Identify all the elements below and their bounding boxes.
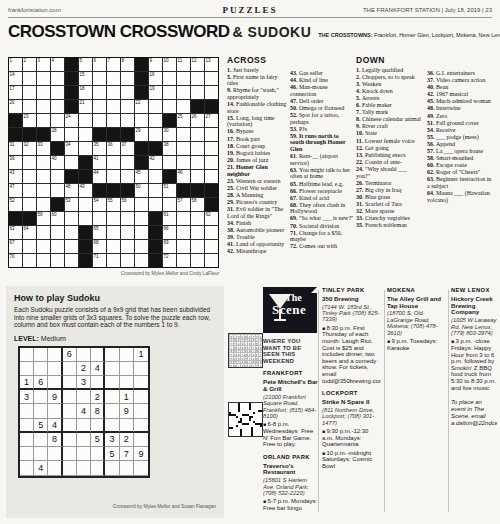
crossword-cell[interactable] [23, 100, 36, 113]
crossword-cell[interactable]: 43 [9, 170, 22, 183]
sudoku-empty-cell[interactable] [34, 390, 48, 404]
clue-number: 29 [136, 128, 141, 133]
clue-number: 20 [10, 100, 15, 105]
sudoku-empty-cell[interactable] [20, 433, 34, 447]
crossword-cell[interactable]: 52 [9, 198, 22, 211]
crossword-cell[interactable] [51, 170, 64, 183]
crossword-cell[interactable] [65, 128, 78, 141]
crossword-cell[interactable]: 72 [163, 254, 176, 267]
crossword-cell[interactable]: 68 [93, 240, 106, 253]
crossword-cell[interactable]: 67 [9, 240, 22, 253]
sudoku-empty-cell[interactable] [77, 348, 91, 362]
sudoku-empty-cell[interactable] [77, 461, 91, 475]
crossword-cell[interactable] [191, 254, 204, 267]
crossword-cell[interactable] [23, 86, 36, 99]
crossword-cell[interactable] [37, 114, 50, 127]
sudoku-empty-cell[interactable] [105, 419, 119, 433]
sudoku-empty-cell[interactable] [77, 433, 91, 447]
crossword-cell[interactable] [121, 170, 134, 183]
crossword-cell[interactable] [37, 100, 50, 113]
sudoku-empty-cell[interactable] [20, 348, 34, 362]
crossword-cell[interactable] [107, 114, 120, 127]
sudoku-empty-cell[interactable] [63, 461, 77, 475]
sudoku-given-cell: 3 [77, 376, 91, 390]
crossword-cell[interactable]: 25 [177, 114, 190, 127]
sudoku-empty-cell[interactable] [105, 461, 119, 475]
crossword-cell[interactable] [107, 170, 120, 183]
sudoku-empty-cell[interactable] [91, 376, 105, 390]
crossword-cell[interactable]: 14 [9, 72, 22, 85]
crossword-cell[interactable]: 61 [163, 212, 176, 225]
clue-number: 23 [24, 114, 29, 119]
sudoku-empty-cell[interactable] [63, 433, 77, 447]
crossword-cell[interactable]: 35 [93, 142, 106, 155]
crossword-cell[interactable]: 12 [191, 58, 204, 71]
crossword-cell[interactable] [205, 142, 218, 155]
sudoku-empty-cell[interactable] [63, 404, 77, 418]
sudoku-empty-cell[interactable] [105, 348, 119, 362]
answer-key-cell: 6 [258, 338, 262, 342]
crossword-cell[interactable] [107, 72, 120, 85]
crossword-cell[interactable]: 69 [163, 240, 176, 253]
crossword-cell[interactable] [107, 254, 120, 267]
sudoku-given-cell: 6 [34, 376, 48, 390]
crossword-cell[interactable] [79, 198, 92, 211]
crossword-cell[interactable]: 18 [79, 86, 92, 99]
crossword-cell[interactable] [107, 212, 120, 225]
sudoku-empty-cell[interactable] [91, 447, 105, 461]
crossword-cell[interactable] [121, 86, 134, 99]
sudoku-empty-cell[interactable] [48, 404, 62, 418]
crossword-cell[interactable] [149, 170, 162, 183]
crossword-cell [65, 170, 78, 183]
crossword-cell[interactable] [23, 170, 36, 183]
sudoku-empty-cell[interactable] [48, 348, 62, 362]
crossword-cell [163, 170, 176, 183]
sudoku-empty-cell[interactable] [105, 404, 119, 418]
crossword-cell [149, 254, 162, 267]
answer-key-cell: 5 [251, 341, 255, 345]
crossword-cell[interactable]: 38 [163, 142, 176, 155]
sudoku-empty-cell[interactable] [77, 390, 91, 404]
scene-venue-name: 350 Brewing [322, 296, 381, 303]
crossword-cell[interactable]: 33 [37, 142, 50, 155]
crossword-cell[interactable] [191, 142, 204, 155]
clue: 68. They often clash in Hollywood [290, 202, 354, 215]
crossword-cell[interactable] [177, 100, 190, 113]
crossword-cell[interactable] [51, 114, 64, 127]
crossword-cell[interactable]: 23 [23, 114, 36, 127]
sudoku-empty-cell[interactable] [63, 447, 77, 461]
crossword-cell[interactable] [65, 226, 78, 239]
crossword-cell[interactable] [149, 114, 162, 127]
crossword-cell[interactable] [191, 86, 204, 99]
crossword-cell[interactable]: 27 [205, 114, 218, 127]
crossword-cell[interactable] [93, 86, 106, 99]
crossword-cell[interactable] [51, 254, 64, 267]
sudoku-empty-cell[interactable] [48, 362, 62, 376]
crossword-cell[interactable]: 37 [121, 142, 134, 155]
scene-submission-note: To place an event in The Scene, email a.… [451, 399, 497, 426]
crossword-cell[interactable] [163, 86, 176, 99]
crossword-cell[interactable] [191, 170, 204, 183]
crossword-cell[interactable]: 24 [65, 114, 78, 127]
sudoku-given-cell: 1 [134, 348, 148, 362]
crossword-cell[interactable]: 40 [51, 156, 64, 169]
crossword-cell[interactable]: 1 [9, 58, 22, 71]
answer-key-cell: 2 [233, 360, 237, 364]
sudoku-empty-cell[interactable] [105, 376, 119, 390]
crossword-cell[interactable] [65, 156, 78, 169]
crossword-cell[interactable] [37, 72, 50, 85]
sudoku-empty-cell[interactable] [105, 362, 119, 376]
crossword-cell[interactable]: 5 [79, 58, 92, 71]
crossword-cell[interactable]: 13 [205, 58, 218, 71]
sudoku-empty-cell[interactable] [134, 419, 148, 433]
crossword-cell[interactable] [93, 100, 106, 113]
crossword-cell[interactable] [149, 128, 162, 141]
crossword-cell[interactable]: 49 [79, 184, 92, 197]
crossword-cell[interactable] [121, 114, 134, 127]
crossword-cell[interactable]: 46 [177, 170, 190, 183]
scene-city-heading: MOKENA [387, 287, 445, 294]
sudoku-empty-cell[interactable] [77, 447, 91, 461]
crossword-cell[interactable]: 71 [93, 254, 106, 267]
sudoku-empty-cell[interactable] [91, 461, 105, 475]
crossword-cell[interactable] [107, 226, 120, 239]
crossword-cell[interactable]: 11 [177, 58, 190, 71]
crossword-cell[interactable] [121, 72, 134, 85]
scene-entry: MOKENAThe Alley Grill and Tap House(1870… [387, 287, 445, 351]
crossword-cell[interactable] [191, 128, 204, 141]
clue-number: 54 [94, 198, 99, 203]
crossword-cell[interactable]: 2 [23, 58, 36, 71]
answer-key-cell: 7 [240, 352, 244, 356]
clue: 25. Civil War soldier [227, 185, 287, 192]
crossword-cell[interactable] [121, 100, 134, 113]
crossword-cell[interactable]: 9 [149, 58, 162, 71]
sudoku-empty-cell[interactable] [120, 362, 134, 376]
sudoku-empty-cell[interactable] [34, 447, 48, 461]
sudoku-empty-cell[interactable] [48, 376, 62, 390]
sudoku-empty-cell[interactable] [134, 376, 148, 390]
sudoku-empty-cell[interactable] [48, 447, 62, 461]
crossword-cell[interactable] [37, 240, 50, 253]
crossword-cell[interactable]: 15 [79, 72, 92, 85]
crossword-cell[interactable] [163, 100, 176, 113]
sudoku-level: LEVEL: Medium [14, 335, 216, 342]
clue-number: 3 [38, 58, 41, 63]
crossword-cell[interactable]: 31 [9, 142, 22, 155]
crossword-cell[interactable] [37, 156, 50, 169]
clue-number: 14 [10, 72, 15, 77]
crossword-cell[interactable]: 29 [135, 128, 148, 141]
crossword-cell[interactable]: 39 [9, 156, 22, 169]
clue-number: 52 [10, 198, 15, 203]
crossword-cell[interactable]: 65 [93, 226, 106, 239]
crossword-cell[interactable] [191, 72, 204, 85]
crossword-cell[interactable]: 16 [149, 72, 162, 85]
crossword-cell[interactable] [191, 240, 204, 253]
crossword-cell[interactable]: 6 [93, 58, 106, 71]
crossword-cell [65, 72, 78, 85]
sudoku-empty-cell[interactable] [120, 348, 134, 362]
crossword-cell[interactable] [23, 156, 36, 169]
crossword-cell[interactable] [163, 156, 176, 169]
crossword-cell[interactable]: 62 [205, 212, 218, 225]
sudoku-empty-cell[interactable] [134, 390, 148, 404]
crossword-cell[interactable] [135, 114, 148, 127]
crossword-cell[interactable]: 66 [163, 226, 176, 239]
crossword-cell[interactable]: 19 [149, 86, 162, 99]
header-rule [8, 17, 492, 18]
crossword-cell[interactable]: 53 [65, 198, 78, 211]
crossword-cell[interactable] [121, 254, 134, 267]
crossword-cell[interactable]: 26 [191, 114, 204, 127]
sudoku-empty-cell[interactable] [134, 433, 148, 447]
answer-key-cell: 5 [229, 338, 233, 342]
crossword-cell[interactable]: 56 [121, 198, 134, 211]
sudoku-empty-cell[interactable] [77, 419, 91, 433]
crossword-cell[interactable] [135, 212, 148, 225]
bullet-square-icon: ■ [263, 421, 267, 427]
masthead: CROSSTOWN CROSSWORD& SUDOKUTHE CROSSTOWN… [8, 22, 496, 42]
crossword-cell[interactable]: 3 [37, 58, 50, 71]
crossword-cell[interactable]: 59 [37, 212, 50, 225]
crossword-cell[interactable] [37, 170, 50, 183]
crossword-cell[interactable]: 17 [9, 86, 22, 99]
crossword-cell[interactable]: 10 [163, 58, 176, 71]
answer-key-cell: 6 [233, 345, 237, 349]
sudoku-empty-cell[interactable] [20, 404, 34, 418]
crossword-cell[interactable]: 60 [51, 212, 64, 225]
crossword-cell[interactable] [121, 240, 134, 253]
crossword-cell[interactable] [121, 156, 134, 169]
crossword-cell[interactable]: 32 [23, 142, 36, 155]
crossword-cell[interactable] [79, 128, 92, 141]
clue: 54. Receive [427, 127, 494, 134]
crossword-cell[interactable] [37, 184, 50, 197]
crossword-cell[interactable] [121, 226, 134, 239]
answer-key-cell: 5 [255, 360, 259, 364]
crossword-cell[interactable] [149, 100, 162, 113]
crossword-cell[interactable] [37, 198, 50, 211]
crossword-cell[interactable] [177, 226, 190, 239]
crossword-cell[interactable] [51, 100, 64, 113]
crossword-cell[interactable]: 50 [135, 184, 148, 197]
crossword-cell [205, 100, 218, 113]
crossword-cell[interactable]: 30 [163, 128, 176, 141]
crossword-cell[interactable] [191, 212, 204, 225]
crossword-cell[interactable] [205, 86, 218, 99]
clue: 50. Omega or flaxseed [290, 105, 354, 112]
crossword-cell[interactable] [191, 226, 204, 239]
clue: 47. Deli order [290, 98, 354, 105]
sudoku-empty-cell[interactable] [134, 362, 148, 376]
crossword-cell[interactable] [135, 254, 148, 267]
crossword-cell[interactable]: 54 [93, 198, 106, 211]
crossword-cell[interactable] [93, 114, 106, 127]
crossword-cell[interactable] [205, 254, 218, 267]
crossword-cell[interactable] [121, 212, 134, 225]
sudoku-empty-cell[interactable] [34, 404, 48, 418]
crossword-cell[interactable] [37, 254, 50, 267]
crossword-cell[interactable]: 22 [135, 100, 148, 113]
crossword-cell[interactable] [23, 72, 36, 85]
clue-number: 15 [80, 72, 85, 77]
crossword-cell[interactable]: 41 [93, 156, 106, 169]
clue: 20. James of jazz [227, 157, 287, 164]
sudoku-empty-cell[interactable] [20, 362, 34, 376]
sudoku-given-cell: 7 [120, 447, 134, 461]
sudoku-empty-cell[interactable] [120, 419, 134, 433]
crossword-cell[interactable] [51, 226, 64, 239]
crossword-cell[interactable] [23, 254, 36, 267]
clue: 62. Roger of "Cheers" [427, 169, 494, 176]
sudoku-empty-cell[interactable] [134, 461, 148, 475]
crossword-cell[interactable] [177, 212, 190, 225]
clue: 37. Video camera action [427, 77, 494, 84]
answer-key-cell: 3 [244, 345, 248, 349]
sudoku-empty-cell[interactable] [34, 433, 48, 447]
crossword-cell[interactable] [23, 240, 36, 253]
sudoku-empty-cell[interactable] [105, 390, 119, 404]
crossword-cell[interactable]: 70 [9, 254, 22, 267]
crossword-cell[interactable] [51, 240, 64, 253]
crossword-cell[interactable]: 64 [23, 226, 36, 239]
crossword-cell[interactable] [191, 156, 204, 169]
crossword-cell[interactable] [135, 240, 148, 253]
crossword-cell[interactable]: 36 [107, 142, 120, 155]
crossword-cell[interactable] [149, 184, 162, 197]
crossword-cell[interactable]: 28 [51, 128, 64, 141]
crossword-cell[interactable] [65, 254, 78, 267]
crossword-cell[interactable] [93, 72, 106, 85]
crossword-cell[interactable] [205, 156, 218, 169]
answer-key-cell: 8 [236, 352, 240, 356]
crossword-cell[interactable] [205, 72, 218, 85]
clue: 35. French nobleman [356, 222, 422, 229]
sudoku-empty-cell[interactable] [63, 390, 77, 404]
crossword-cell[interactable] [37, 86, 50, 99]
crossword-cell[interactable]: 51 [163, 184, 176, 197]
crossword-cell[interactable]: 34 [65, 142, 78, 155]
crossword-cell[interactable] [135, 226, 148, 239]
bullet-square-icon: ■ [451, 338, 455, 344]
crossword-cell[interactable]: 63 [9, 226, 22, 239]
crossword-cell[interactable] [163, 198, 176, 211]
answer-key-cell: 4 [244, 334, 248, 338]
crossword-cell[interactable] [149, 198, 162, 211]
clue: 7. Tally mark [356, 109, 422, 116]
crossword-cell[interactable] [79, 142, 92, 155]
crossword-cell[interactable]: 42 [149, 156, 162, 169]
sudoku-empty-cell[interactable] [134, 404, 148, 418]
crossword-cell[interactable] [23, 184, 36, 197]
clue-number: 41 [94, 156, 99, 161]
sudoku-empty-cell[interactable] [63, 362, 77, 376]
sudoku-empty-cell[interactable] [48, 461, 62, 475]
crossword-cell[interactable]: 45 [135, 170, 148, 183]
bullet-square-icon: ■ [322, 450, 326, 456]
crossword-cell[interactable] [177, 156, 190, 169]
crossword-cell[interactable] [37, 226, 50, 239]
crossword-cell[interactable] [163, 72, 176, 85]
clue-number: 71 [94, 254, 99, 259]
clue-number: 11 [178, 58, 183, 63]
sudoku-empty-cell[interactable] [20, 419, 34, 433]
crossword-cell[interactable]: 47 [9, 184, 22, 197]
crossword-cell[interactable] [177, 86, 190, 99]
crossword-cell[interactable] [205, 128, 218, 141]
crossword-cell[interactable] [79, 114, 92, 127]
crossword-cell[interactable]: 8 [121, 58, 134, 71]
crossword-cell[interactable] [205, 170, 218, 183]
sudoku-empty-cell[interactable] [34, 362, 48, 376]
crossword-cell[interactable]: 21 [79, 100, 92, 113]
crossword-cell[interactable] [51, 184, 64, 197]
crossword-cell[interactable]: 48 [65, 184, 78, 197]
sudoku-empty-cell[interactable] [20, 461, 34, 475]
crossword-cell[interactable] [107, 86, 120, 99]
answer-key-cell: 4 [233, 338, 237, 342]
answer-key-cell: 3 [247, 334, 251, 338]
sudoku-empty-cell[interactable] [120, 461, 134, 475]
crossword-cell[interactable]: 4 [51, 58, 64, 71]
crossword-cell[interactable] [177, 240, 190, 253]
crossword-cell[interactable] [107, 100, 120, 113]
crossword-cell[interactable] [51, 86, 64, 99]
answer-key-cell: 1 [247, 356, 251, 360]
sudoku-answer-key: 1234567894567891237891234562345678915678… [228, 333, 263, 368]
crossword-cell[interactable] [107, 240, 120, 253]
sudoku-empty-cell[interactable] [120, 376, 134, 390]
answer-key-cell: 5 [236, 345, 240, 349]
crossword-cell[interactable] [177, 254, 190, 267]
crossword-cell[interactable] [107, 156, 120, 169]
crossword-cell[interactable] [177, 72, 190, 85]
crossword-cell[interactable] [205, 240, 218, 253]
crossword-cell[interactable] [93, 212, 106, 225]
crossword-cell[interactable]: 44 [93, 170, 106, 183]
answer-key-cell: 3 [236, 338, 240, 342]
crossword-cell[interactable] [79, 212, 92, 225]
clue: 64. Mauna ___ (Hawaiian volcano) [427, 190, 494, 203]
crossword-cell[interactable] [135, 198, 148, 211]
crossword-cell[interactable]: 20 [9, 100, 22, 113]
crossword-cell[interactable] [51, 72, 64, 85]
clue-number: 17 [10, 86, 15, 91]
sudoku-empty-cell[interactable] [20, 447, 34, 461]
crossword-cell[interactable]: 55 [107, 198, 120, 211]
sudoku-empty-cell[interactable] [91, 419, 105, 433]
sudoku-empty-cell[interactable] [63, 376, 77, 390]
answer-key-cell: 7 [244, 341, 248, 345]
crossword-cell[interactable]: 58 [191, 198, 204, 211]
crossword-cell[interactable] [65, 240, 78, 253]
crossword-cell[interactable] [177, 128, 190, 141]
crossword-cell[interactable] [177, 142, 190, 155]
sudoku-empty-cell[interactable] [34, 348, 48, 362]
crossword-cell[interactable] [205, 226, 218, 239]
crossword-cell[interactable]: 7 [107, 58, 120, 71]
crossword-cell[interactable] [23, 198, 36, 211]
crossword-cell[interactable] [65, 212, 78, 225]
sudoku-given-cell: 4 [91, 362, 105, 376]
crossword-cell[interactable]: 57 [177, 198, 190, 211]
sudoku-empty-cell[interactable] [91, 348, 105, 362]
sudoku-empty-cell[interactable] [63, 419, 77, 433]
